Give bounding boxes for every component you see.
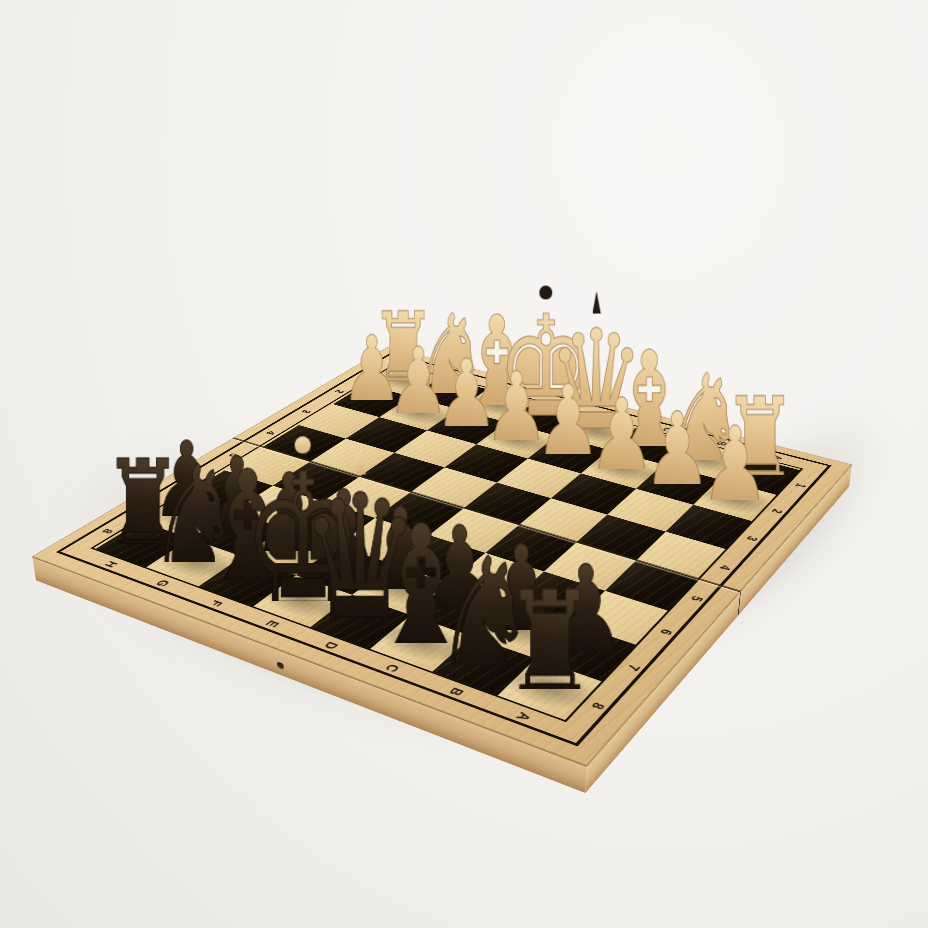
- chess-board: HHGGFFEEDDCCBBAA1122334455667788 ♜♞♝♚♛♝♞…: [32, 347, 852, 766]
- photo-stage: HHGGFFEEDDCCBBAA1122334455667788 ♜♞♝♚♛♝♞…: [0, 0, 928, 928]
- rank-label-right-4: 4: [712, 561, 738, 575]
- piece-body: ♜: [450, 452, 650, 689]
- fold-seam-side: [738, 592, 741, 617]
- rank-label-right-5: 5: [683, 591, 710, 606]
- rank-label-right-3: 3: [739, 532, 764, 545]
- file-label-near-a: A: [507, 707, 539, 726]
- clasp-pin-hole: [277, 661, 284, 669]
